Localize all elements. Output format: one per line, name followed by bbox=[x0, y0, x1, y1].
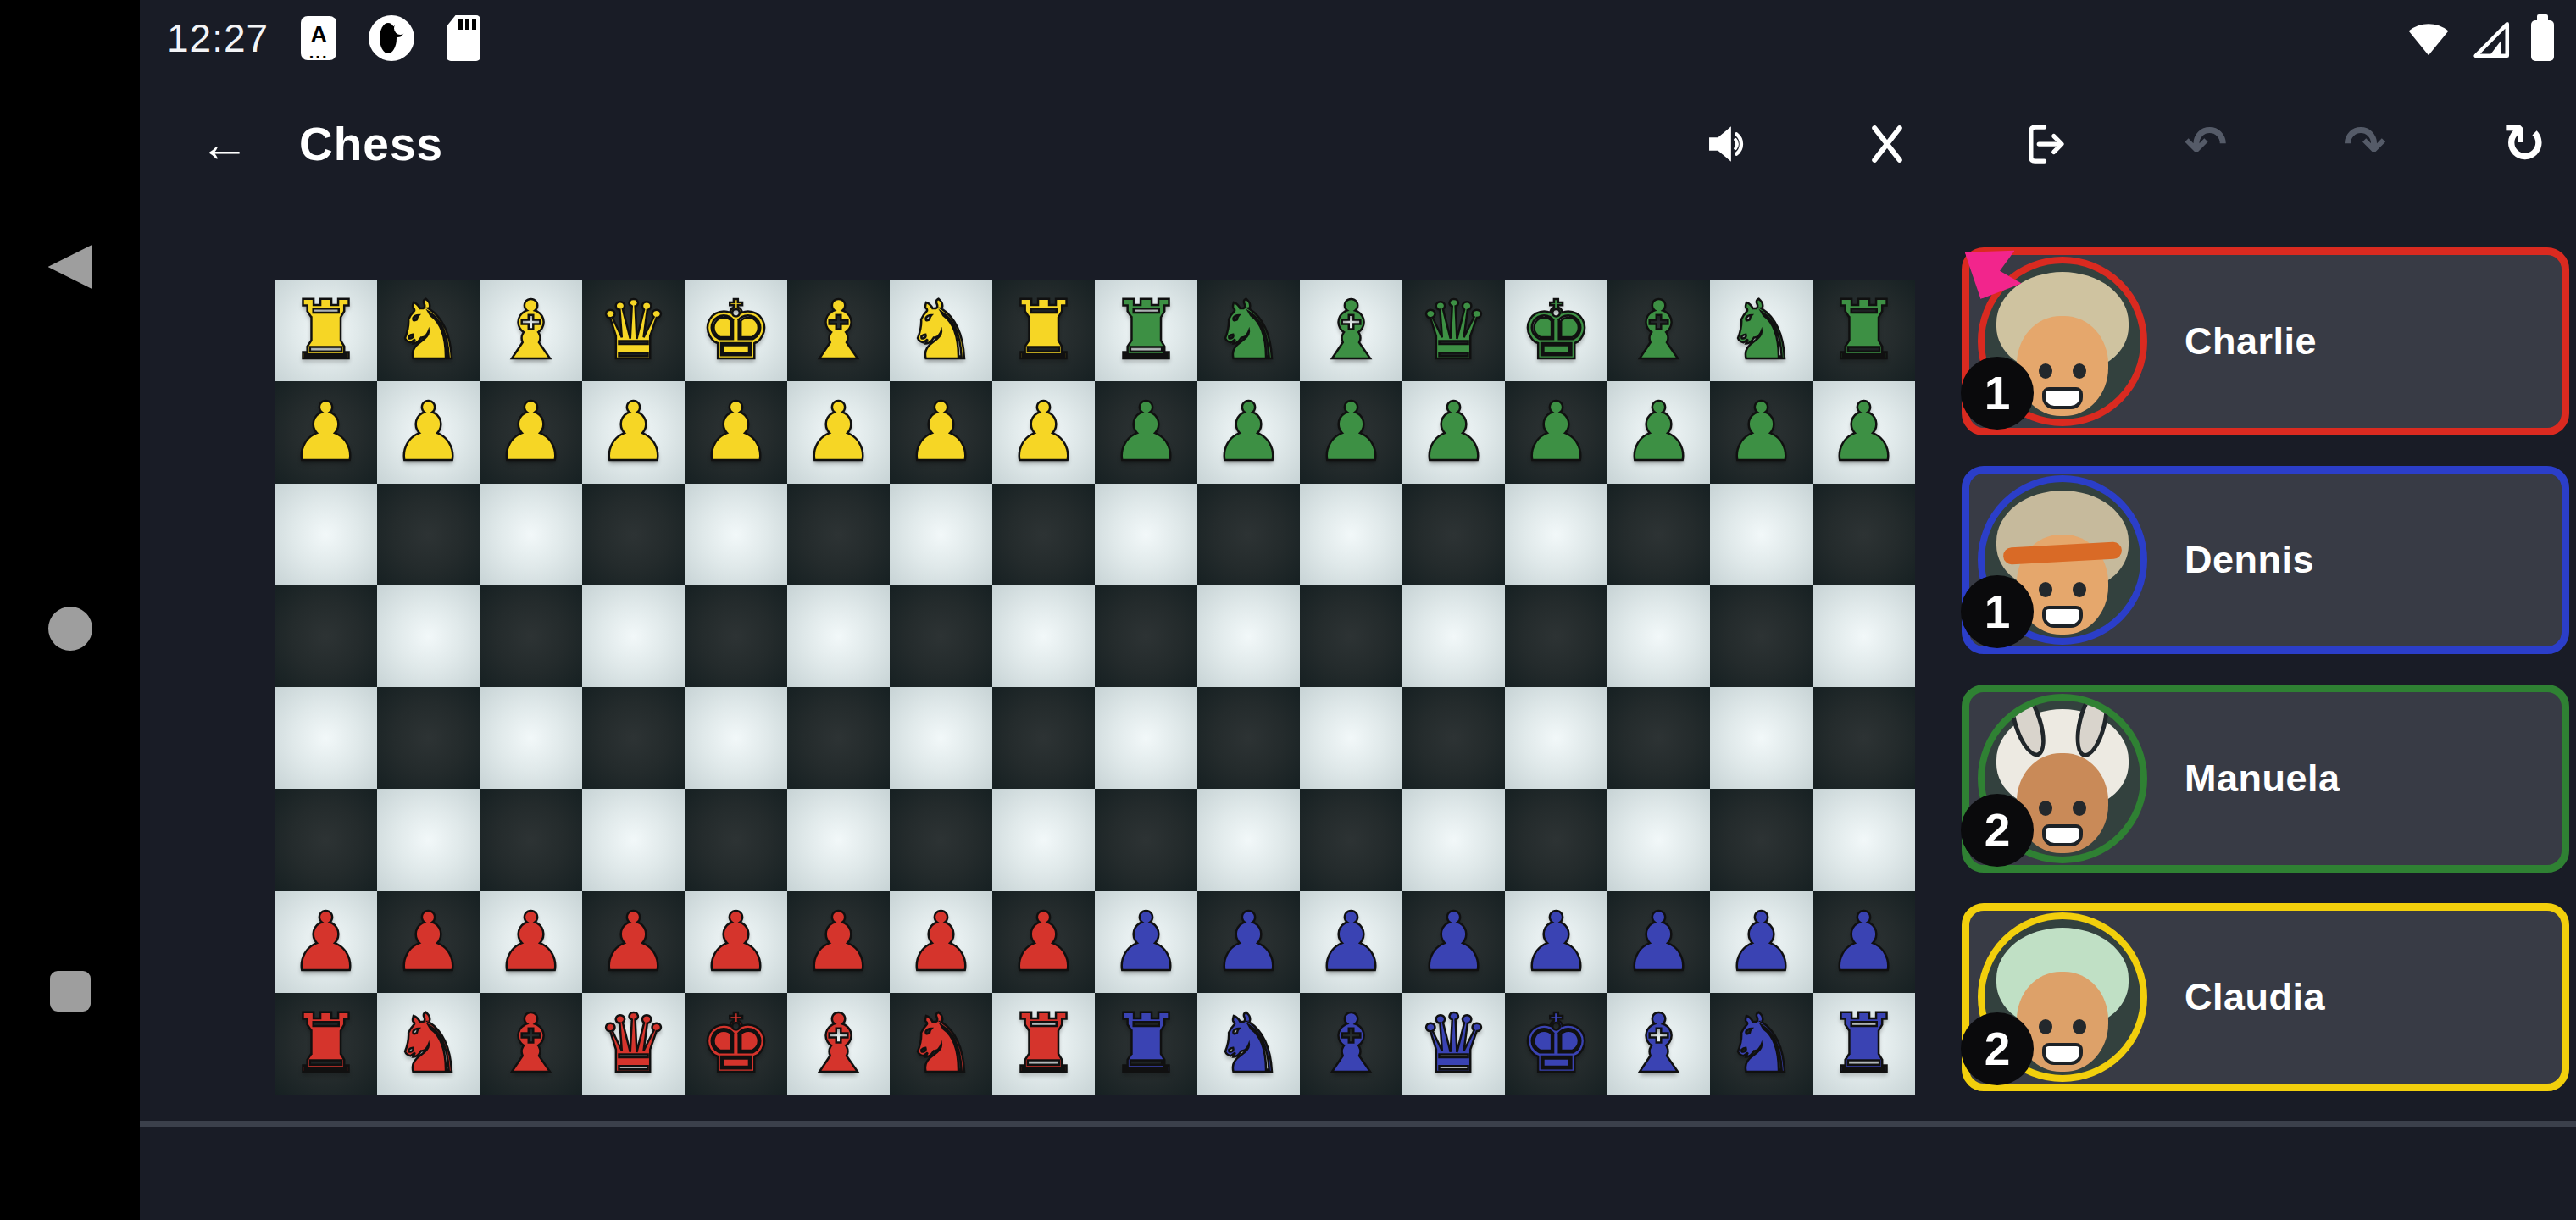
square-r8-c5[interactable]: ♚ bbox=[685, 993, 787, 1095]
square-r5-c7[interactable] bbox=[890, 687, 992, 789]
back-icon bbox=[48, 245, 92, 289]
red-bishop[interactable]: ♝ bbox=[494, 1003, 567, 1084]
square-r7-c9[interactable]: ♟ bbox=[1095, 891, 1197, 993]
square-r3-c1[interactable] bbox=[275, 484, 377, 585]
square-r8-c8[interactable]: ♜ bbox=[992, 993, 1095, 1095]
square-r1-c10[interactable]: ♞ bbox=[1197, 280, 1300, 381]
square-r1-c8[interactable]: ♜ bbox=[992, 280, 1095, 381]
square-r5-c6[interactable] bbox=[787, 687, 890, 789]
square-r6-c7[interactable] bbox=[890, 789, 992, 890]
square-r6-c13[interactable] bbox=[1505, 789, 1607, 890]
square-r1-c13[interactable]: ♚ bbox=[1505, 280, 1607, 381]
green-bishop[interactable]: ♝ bbox=[1622, 290, 1695, 371]
player-name: Claudia bbox=[2185, 975, 2325, 1019]
square-r2-c14[interactable]: ♟ bbox=[1607, 381, 1710, 483]
square-r8-c13[interactable]: ♚ bbox=[1505, 993, 1607, 1095]
main: ♜♞♝♛♚♝♞♜♜♞♝♛♚♝♞♜♟♟♟♟♟♟♟♟♟♟♟♟♟♟♟♟♟♟♟♟♟♟♟♟… bbox=[140, 212, 2576, 1121]
square-r3-c9[interactable] bbox=[1095, 484, 1197, 585]
player-name: Dennis bbox=[2185, 538, 2314, 582]
avatar: 2 bbox=[1978, 912, 2147, 1082]
square-r8-c7[interactable]: ♞ bbox=[890, 993, 992, 1095]
square-r1-c16[interactable]: ♜ bbox=[1813, 280, 1915, 381]
player-list: 1 Charlie bbox=[1962, 247, 2569, 1091]
square-r4-c16[interactable] bbox=[1813, 585, 1915, 687]
square-r3-c6[interactable] bbox=[787, 484, 890, 585]
square-r4-c3[interactable] bbox=[480, 585, 582, 687]
square-r5-c9[interactable] bbox=[1095, 687, 1197, 789]
blue-knight[interactable]: ♞ bbox=[1724, 1003, 1797, 1084]
square-r5-c1[interactable] bbox=[275, 687, 377, 789]
green-pawn[interactable]: ♟ bbox=[1724, 391, 1797, 473]
yellow-pawn[interactable]: ♟ bbox=[391, 391, 464, 473]
square-r7-c13[interactable]: ♟ bbox=[1505, 891, 1607, 993]
square-r5-c10[interactable] bbox=[1197, 687, 1300, 789]
square-r6-c9[interactable] bbox=[1095, 789, 1197, 890]
square-r3-c16[interactable] bbox=[1813, 484, 1915, 585]
square-r1-c5[interactable]: ♚ bbox=[685, 280, 787, 381]
square-r5-c15[interactable] bbox=[1710, 687, 1813, 789]
yellow-knight[interactable]: ♞ bbox=[904, 290, 977, 371]
square-r4-c9[interactable] bbox=[1095, 585, 1197, 687]
redo-button[interactable]: ↷ bbox=[2337, 116, 2393, 172]
square-r1-c12[interactable]: ♛ bbox=[1402, 280, 1505, 381]
square-r8-c9[interactable]: ♜ bbox=[1095, 993, 1197, 1095]
square-r6-c2[interactable] bbox=[377, 789, 480, 890]
square-r3-c13[interactable] bbox=[1505, 484, 1607, 585]
square-r4-c11[interactable] bbox=[1300, 585, 1402, 687]
square-r5-c3[interactable] bbox=[480, 687, 582, 789]
square-r5-c13[interactable] bbox=[1505, 687, 1607, 789]
square-r1-c6[interactable]: ♝ bbox=[787, 280, 890, 381]
back-button[interactable]: ← bbox=[199, 119, 258, 169]
square-r7-c10[interactable]: ♟ bbox=[1197, 891, 1300, 993]
green-pawn[interactable]: ♟ bbox=[1212, 391, 1285, 473]
square-r3-c12[interactable] bbox=[1402, 484, 1505, 585]
square-r4-c8[interactable] bbox=[992, 585, 1095, 687]
square-r3-c4[interactable] bbox=[582, 484, 685, 585]
blue-rook[interactable]: ♜ bbox=[1109, 1003, 1182, 1084]
recents-icon bbox=[50, 971, 91, 1012]
square-r4-c12[interactable] bbox=[1402, 585, 1505, 687]
avatar: 1 bbox=[1978, 475, 2147, 645]
green-queen[interactable]: ♛ bbox=[1417, 290, 1490, 371]
nav-home-button[interactable] bbox=[0, 578, 140, 679]
sdcard-icon bbox=[447, 15, 480, 61]
close-icon bbox=[1866, 123, 1908, 165]
nav-back-button[interactable] bbox=[0, 216, 140, 318]
red-pawn[interactable]: ♟ bbox=[699, 901, 772, 983]
blue-pawn[interactable]: ♟ bbox=[1417, 901, 1490, 983]
square-r1-c1[interactable]: ♜ bbox=[275, 280, 377, 381]
score-badge: 1 bbox=[1961, 575, 2034, 648]
app-bar: ← Chess bbox=[140, 76, 2576, 212]
volume-button[interactable] bbox=[1700, 116, 1756, 172]
square-r3-c7[interactable] bbox=[890, 484, 992, 585]
green-pawn[interactable]: ♟ bbox=[1314, 391, 1387, 473]
square-r7-c12[interactable]: ♟ bbox=[1402, 891, 1505, 993]
yellow-king[interactable]: ♚ bbox=[699, 290, 772, 371]
close-button[interactable] bbox=[1859, 116, 1915, 172]
player-name: Manuela bbox=[2185, 757, 2340, 801]
red-pawn[interactable]: ♟ bbox=[289, 901, 362, 983]
red-pawn[interactable]: ♟ bbox=[1007, 901, 1080, 983]
square-r4-c6[interactable] bbox=[787, 585, 890, 687]
yellow-pawn[interactable]: ♟ bbox=[699, 391, 772, 473]
nav-recents-button[interactable] bbox=[0, 940, 140, 1042]
opera-icon bbox=[369, 15, 414, 61]
square-r7-c15[interactable]: ♟ bbox=[1710, 891, 1813, 993]
square-r6-c6[interactable] bbox=[787, 789, 890, 890]
square-r1-c11[interactable]: ♝ bbox=[1300, 280, 1402, 381]
green-pawn[interactable]: ♟ bbox=[1519, 391, 1592, 473]
square-r1-c14[interactable]: ♝ bbox=[1607, 280, 1710, 381]
bottom-space bbox=[140, 1127, 2576, 1220]
square-r8-c16[interactable]: ♜ bbox=[1813, 993, 1915, 1095]
blue-pawn[interactable]: ♟ bbox=[1314, 901, 1387, 983]
clock: 12:27 bbox=[167, 15, 269, 61]
exit-icon bbox=[2021, 119, 2072, 169]
red-rook[interactable]: ♜ bbox=[1007, 1003, 1080, 1084]
square-r6-c12[interactable] bbox=[1402, 789, 1505, 890]
square-r2-c10[interactable]: ♟ bbox=[1197, 381, 1300, 483]
square-r6-c1[interactable] bbox=[275, 789, 377, 890]
square-r4-c15[interactable] bbox=[1710, 585, 1813, 687]
green-king[interactable]: ♚ bbox=[1519, 290, 1592, 371]
blue-pawn[interactable]: ♟ bbox=[1827, 901, 1900, 983]
square-r1-c7[interactable]: ♞ bbox=[890, 280, 992, 381]
square-r1-c3[interactable]: ♝ bbox=[480, 280, 582, 381]
square-r8-c6[interactable]: ♝ bbox=[787, 993, 890, 1095]
square-r8-c14[interactable]: ♝ bbox=[1607, 993, 1710, 1095]
refresh-button[interactable]: ↻ bbox=[2496, 116, 2552, 172]
blue-pawn[interactable]: ♟ bbox=[1724, 901, 1797, 983]
status-bar: 12:27 A ... bbox=[140, 0, 2576, 76]
chess-board[interactable]: ♜♞♝♛♚♝♞♜♜♞♝♛♚♝♞♜♟♟♟♟♟♟♟♟♟♟♟♟♟♟♟♟♟♟♟♟♟♟♟♟… bbox=[275, 280, 1915, 1095]
green-knight[interactable]: ♞ bbox=[1724, 290, 1797, 371]
wifi-icon bbox=[2406, 15, 2451, 61]
signal-icon bbox=[2470, 19, 2512, 61]
green-rook[interactable]: ♜ bbox=[1109, 290, 1182, 371]
yellow-knight[interactable]: ♞ bbox=[391, 290, 464, 371]
exit-game-button[interactable] bbox=[2018, 116, 2074, 172]
square-r1-c9[interactable]: ♜ bbox=[1095, 280, 1197, 381]
red-knight[interactable]: ♞ bbox=[904, 1003, 977, 1084]
square-r7-c6[interactable]: ♟ bbox=[787, 891, 890, 993]
blue-pawn[interactable]: ♟ bbox=[1622, 901, 1695, 983]
yellow-rook[interactable]: ♜ bbox=[289, 290, 362, 371]
square-r3-c8[interactable] bbox=[992, 484, 1095, 585]
blue-knight[interactable]: ♞ bbox=[1212, 1003, 1285, 1084]
yellow-pawn[interactable]: ♟ bbox=[289, 391, 362, 473]
square-r2-c13[interactable]: ♟ bbox=[1505, 381, 1607, 483]
player-card-dennis[interactable]: 1 Dennis bbox=[1962, 466, 2569, 654]
square-r7-c4[interactable]: ♟ bbox=[582, 891, 685, 993]
avatar: 1 bbox=[1978, 257, 2147, 426]
square-r2-c4[interactable]: ♟ bbox=[582, 381, 685, 483]
square-r7-c16[interactable]: ♟ bbox=[1813, 891, 1915, 993]
avatar: 2 bbox=[1978, 694, 2147, 863]
yellow-rook[interactable]: ♜ bbox=[1007, 290, 1080, 371]
square-r2-c7[interactable]: ♟ bbox=[890, 381, 992, 483]
battery-icon bbox=[2531, 20, 2554, 61]
square-r1-c4[interactable]: ♛ bbox=[582, 280, 685, 381]
square-r5-c5[interactable] bbox=[685, 687, 787, 789]
square-r7-c7[interactable]: ♟ bbox=[890, 891, 992, 993]
home-icon bbox=[48, 607, 92, 651]
square-r5-c16[interactable] bbox=[1813, 687, 1915, 789]
square-r1-c15[interactable]: ♞ bbox=[1710, 280, 1813, 381]
blue-rook[interactable]: ♜ bbox=[1827, 1003, 1900, 1084]
square-r8-c4[interactable]: ♛ bbox=[582, 993, 685, 1095]
square-r7-c14[interactable]: ♟ bbox=[1607, 891, 1710, 993]
square-r3-c2[interactable] bbox=[377, 484, 480, 585]
square-r6-c16[interactable] bbox=[1813, 789, 1915, 890]
green-bishop[interactable]: ♝ bbox=[1314, 290, 1387, 371]
square-r6-c5[interactable] bbox=[685, 789, 787, 890]
square-r8-c12[interactable]: ♛ bbox=[1402, 993, 1505, 1095]
square-r3-c5[interactable] bbox=[685, 484, 787, 585]
square-r2-c3[interactable]: ♟ bbox=[480, 381, 582, 483]
green-knight[interactable]: ♞ bbox=[1212, 290, 1285, 371]
square-r4-c1[interactable] bbox=[275, 585, 377, 687]
square-r4-c7[interactable] bbox=[890, 585, 992, 687]
square-r4-c5[interactable] bbox=[685, 585, 787, 687]
square-r3-c14[interactable] bbox=[1607, 484, 1710, 585]
status-left: 12:27 A ... bbox=[167, 15, 480, 61]
red-pawn[interactable]: ♟ bbox=[802, 901, 874, 983]
square-r7-c3[interactable]: ♟ bbox=[480, 891, 582, 993]
bottom-divider bbox=[140, 1121, 2576, 1127]
square-r2-c2[interactable]: ♟ bbox=[377, 381, 480, 483]
score-badge: 2 bbox=[1961, 1012, 2034, 1085]
square-r8-c1[interactable]: ♜ bbox=[275, 993, 377, 1095]
square-r5-c14[interactable] bbox=[1607, 687, 1710, 789]
square-r6-c11[interactable] bbox=[1300, 789, 1402, 890]
square-r4-c2[interactable] bbox=[377, 585, 480, 687]
square-r2-c5[interactable]: ♟ bbox=[685, 381, 787, 483]
square-r4-c10[interactable] bbox=[1197, 585, 1300, 687]
yellow-pawn[interactable]: ♟ bbox=[904, 391, 977, 473]
square-r3-c3[interactable] bbox=[480, 484, 582, 585]
red-rook[interactable]: ♜ bbox=[289, 1003, 362, 1084]
red-pawn[interactable]: ♟ bbox=[597, 901, 669, 983]
square-r8-c15[interactable]: ♞ bbox=[1710, 993, 1813, 1095]
square-r4-c14[interactable] bbox=[1607, 585, 1710, 687]
square-r7-c11[interactable]: ♟ bbox=[1300, 891, 1402, 993]
blue-bishop[interactable]: ♝ bbox=[1314, 1003, 1387, 1084]
square-r8-c3[interactable]: ♝ bbox=[480, 993, 582, 1095]
player-name: Charlie bbox=[2185, 319, 2317, 363]
yellow-pawn[interactable]: ♟ bbox=[597, 391, 669, 473]
yellow-bishop[interactable]: ♝ bbox=[802, 290, 874, 371]
square-r4-c13[interactable] bbox=[1505, 585, 1607, 687]
square-r2-c6[interactable]: ♟ bbox=[787, 381, 890, 483]
square-r2-c8[interactable]: ♟ bbox=[992, 381, 1095, 483]
square-r6-c15[interactable] bbox=[1710, 789, 1813, 890]
blue-pawn[interactable]: ♟ bbox=[1109, 901, 1182, 983]
score-badge: 1 bbox=[1961, 357, 2034, 430]
player-card-claudia[interactable]: 2 Claudia bbox=[1962, 903, 2569, 1091]
square-r1-c2[interactable]: ♞ bbox=[377, 280, 480, 381]
blue-pawn[interactable]: ♟ bbox=[1519, 901, 1592, 983]
square-r6-c10[interactable] bbox=[1197, 789, 1300, 890]
square-r2-c1[interactable]: ♟ bbox=[275, 381, 377, 483]
screen: 12:27 A ... bbox=[0, 0, 2576, 1220]
square-r6-c4[interactable] bbox=[582, 789, 685, 890]
android-nav-rail bbox=[0, 0, 140, 1220]
square-r5-c11[interactable] bbox=[1300, 687, 1402, 789]
square-r7-c1[interactable]: ♟ bbox=[275, 891, 377, 993]
yellow-pawn[interactable]: ♟ bbox=[1007, 391, 1080, 473]
square-r3-c15[interactable] bbox=[1710, 484, 1813, 585]
square-r5-c2[interactable] bbox=[377, 687, 480, 789]
square-r7-c2[interactable]: ♟ bbox=[377, 891, 480, 993]
square-r8-c10[interactable]: ♞ bbox=[1197, 993, 1300, 1095]
square-r2-c16[interactable]: ♟ bbox=[1813, 381, 1915, 483]
blue-pawn[interactable]: ♟ bbox=[1212, 901, 1285, 983]
yellow-queen[interactable]: ♛ bbox=[597, 290, 669, 371]
square-r5-c12[interactable] bbox=[1402, 687, 1505, 789]
content: 12:27 A ... bbox=[140, 0, 2576, 1220]
square-r7-c8[interactable]: ♟ bbox=[992, 891, 1095, 993]
page-title: Chess bbox=[299, 117, 443, 171]
red-pawn[interactable]: ♟ bbox=[391, 901, 464, 983]
square-r6-c8[interactable] bbox=[992, 789, 1095, 890]
red-king[interactable]: ♚ bbox=[699, 1003, 772, 1084]
red-pawn[interactable]: ♟ bbox=[904, 901, 977, 983]
square-r2-c15[interactable]: ♟ bbox=[1710, 381, 1813, 483]
player-card-manuela[interactable]: 2 Manuela bbox=[1962, 685, 2569, 873]
square-r6-c14[interactable] bbox=[1607, 789, 1710, 890]
player-card-charlie[interactable]: 1 Charlie bbox=[1962, 247, 2569, 435]
square-r2-c11[interactable]: ♟ bbox=[1300, 381, 1402, 483]
green-pawn[interactable]: ♟ bbox=[1417, 391, 1490, 473]
square-r2-c9[interactable]: ♟ bbox=[1095, 381, 1197, 483]
green-pawn[interactable]: ♟ bbox=[1109, 391, 1182, 473]
red-knight[interactable]: ♞ bbox=[391, 1003, 464, 1084]
green-pawn[interactable]: ♟ bbox=[1827, 391, 1900, 473]
square-r4-c4[interactable] bbox=[582, 585, 685, 687]
volume-icon bbox=[1702, 118, 1754, 170]
square-r3-c11[interactable] bbox=[1300, 484, 1402, 585]
blue-queen[interactable]: ♛ bbox=[1417, 1003, 1490, 1084]
yellow-pawn[interactable]: ♟ bbox=[802, 391, 874, 473]
green-pawn[interactable]: ♟ bbox=[1622, 391, 1695, 473]
square-r3-c10[interactable] bbox=[1197, 484, 1300, 585]
square-r6-c3[interactable] bbox=[480, 789, 582, 890]
blue-king[interactable]: ♚ bbox=[1519, 1003, 1592, 1084]
keyboard-icon: A ... bbox=[301, 16, 336, 60]
red-bishop[interactable]: ♝ bbox=[802, 1003, 874, 1084]
square-r5-c4[interactable] bbox=[582, 687, 685, 789]
yellow-bishop[interactable]: ♝ bbox=[494, 290, 567, 371]
app-actions: ↶ ↷ ↻ bbox=[1700, 116, 2552, 172]
score-badge: 2 bbox=[1961, 794, 2034, 867]
yellow-pawn[interactable]: ♟ bbox=[494, 391, 567, 473]
undo-button[interactable]: ↶ bbox=[2178, 116, 2234, 172]
square-r8-c2[interactable]: ♞ bbox=[377, 993, 480, 1095]
red-queen[interactable]: ♛ bbox=[597, 1003, 669, 1084]
square-r8-c11[interactable]: ♝ bbox=[1300, 993, 1402, 1095]
blue-bishop[interactable]: ♝ bbox=[1622, 1003, 1695, 1084]
square-r2-c12[interactable]: ♟ bbox=[1402, 381, 1505, 483]
green-rook[interactable]: ♜ bbox=[1827, 290, 1900, 371]
status-right bbox=[2406, 15, 2554, 61]
square-r7-c5[interactable]: ♟ bbox=[685, 891, 787, 993]
red-pawn[interactable]: ♟ bbox=[494, 901, 567, 983]
square-r5-c8[interactable] bbox=[992, 687, 1095, 789]
